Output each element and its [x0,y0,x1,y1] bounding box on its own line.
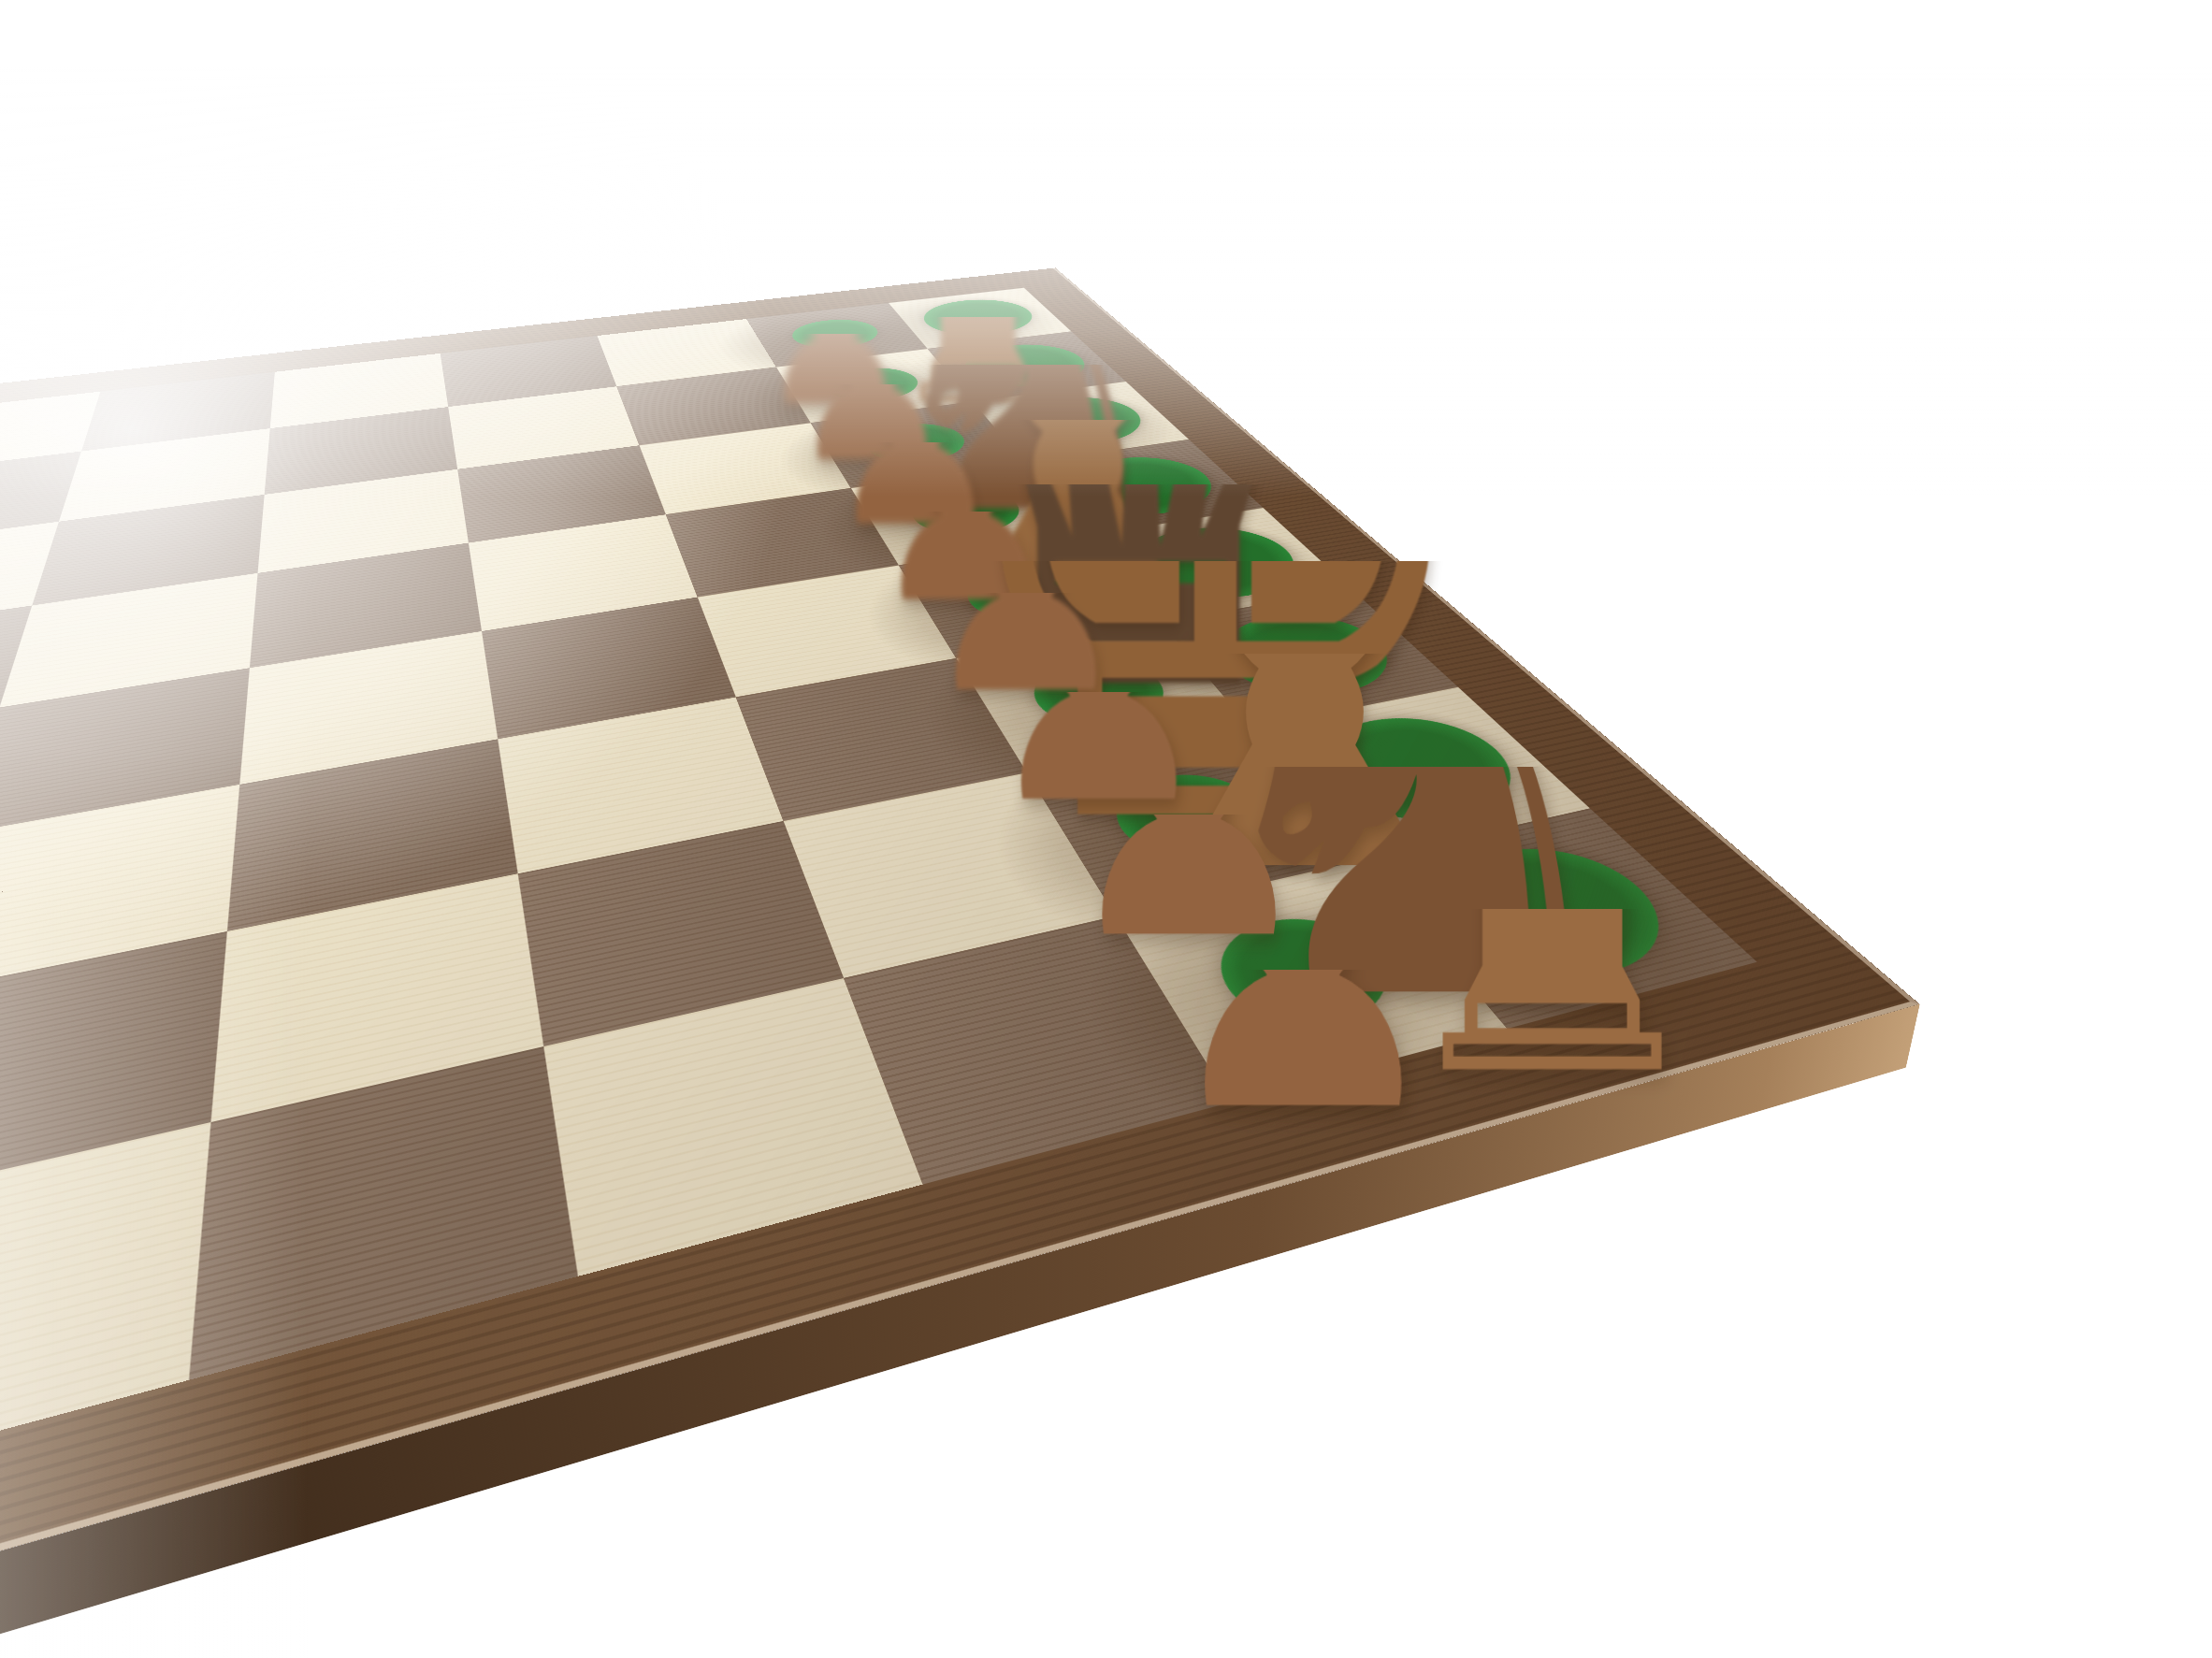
board-photo: ♟♜♟♞♟♝♟♛♟♚♟♝♟♞♟♜ [0,0,2212,1658]
square-g4[interactable] [211,873,544,1122]
square-d5[interactable] [469,514,698,631]
chessboard: ♟♜♟♞♟♝♟♛♟♚♟♝♟♞♟♜ [0,267,1920,1658]
board-squares: ♟♜♟♞♟♝♟♛♟♚♟♝♟♞♟♜ [0,288,1757,1658]
square-h3[interactable] [0,1122,211,1498]
square-h7[interactable]: ♟ [1116,860,1508,1103]
